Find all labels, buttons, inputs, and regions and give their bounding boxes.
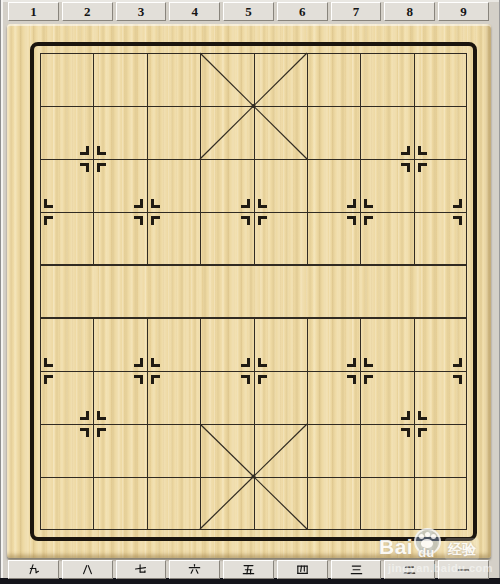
- star-point-mark: [453, 199, 462, 208]
- board-grid: [40, 53, 467, 530]
- star-point-mark: [134, 375, 143, 384]
- star-point-mark: [151, 216, 160, 225]
- watermark-url: jingyan.baidu.com: [388, 562, 493, 574]
- top-ruler-cell: 1: [8, 2, 59, 21]
- star-point-mark: [364, 216, 373, 225]
- bottom-ruler-cell: [169, 560, 220, 579]
- top-ruler-cell: 9: [438, 2, 489, 21]
- star-point-mark: [241, 216, 250, 225]
- star-point-mark: [241, 358, 250, 367]
- star-point-mark: [44, 375, 53, 384]
- star-point-mark: [80, 146, 89, 155]
- star-point-mark: [347, 375, 356, 384]
- bottom-ruler-cell: [277, 560, 328, 579]
- star-point-mark: [364, 199, 373, 208]
- star-point-mark: [418, 411, 427, 420]
- palace-diagonals: [40, 53, 467, 530]
- star-point-mark: [453, 358, 462, 367]
- star-point-mark: [418, 428, 427, 437]
- top-ruler-cell: 7: [331, 2, 382, 21]
- window-left-highlight: [1, 0, 3, 584]
- star-point-mark: [241, 199, 250, 208]
- top-ruler-cell: 8: [384, 2, 435, 21]
- bottom-ruler-cell: [331, 560, 382, 579]
- star-point-mark: [258, 358, 267, 367]
- star-point-mark: [134, 358, 143, 367]
- star-point-mark: [97, 428, 106, 437]
- star-point-mark: [44, 199, 53, 208]
- star-point-mark: [364, 358, 373, 367]
- star-point-mark: [44, 216, 53, 225]
- watermark-text-bai: Bai: [379, 534, 413, 560]
- star-point-mark: [347, 199, 356, 208]
- xiangqi-board[interactable]: [7, 24, 491, 558]
- star-point-mark: [80, 428, 89, 437]
- star-point-mark: [134, 199, 143, 208]
- star-point-mark: [418, 163, 427, 172]
- top-ruler-cell: 5: [223, 2, 274, 21]
- star-point-mark: [418, 146, 427, 155]
- baidu-jingyan-watermark: Bai du 经验: [379, 530, 479, 560]
- bottom-ruler-cell: [8, 560, 59, 579]
- star-point-mark: [401, 411, 410, 420]
- star-point-mark: [401, 428, 410, 437]
- top-ruler-cell: 2: [62, 2, 113, 21]
- star-point-mark: [151, 358, 160, 367]
- star-point-mark: [401, 146, 410, 155]
- star-point-mark: [80, 411, 89, 420]
- star-point-mark: [134, 216, 143, 225]
- star-point-mark: [453, 375, 462, 384]
- top-ruler-cell: 4: [169, 2, 220, 21]
- star-point-mark: [401, 163, 410, 172]
- bottom-ruler-cell: [223, 560, 274, 579]
- xiangqi-app-window: 123456789 Bai du 经验 jingyan.baidu.com: [0, 0, 500, 584]
- file-ruler-top: 123456789: [8, 2, 489, 21]
- watermark-text-jingyan: 经验: [445, 538, 479, 560]
- star-point-mark: [258, 216, 267, 225]
- watermark-text-du: du: [418, 545, 434, 560]
- star-point-mark: [258, 199, 267, 208]
- star-point-mark: [151, 199, 160, 208]
- star-point-mark: [97, 146, 106, 155]
- star-point-mark: [97, 411, 106, 420]
- bottom-ruler-cell: [62, 560, 113, 579]
- star-point-mark: [241, 375, 250, 384]
- star-point-mark: [151, 375, 160, 384]
- star-point-mark: [364, 375, 373, 384]
- star-point-mark: [80, 163, 89, 172]
- star-point-mark: [97, 163, 106, 172]
- star-point-mark: [347, 216, 356, 225]
- top-ruler-cell: 6: [277, 2, 328, 21]
- bottom-ruler-cell: [116, 560, 167, 579]
- watermark-du-wrap: du: [413, 530, 443, 560]
- star-point-mark: [453, 216, 462, 225]
- star-point-mark: [347, 358, 356, 367]
- top-ruler-cell: 3: [116, 2, 167, 21]
- star-point-mark: [258, 375, 267, 384]
- star-point-mark: [44, 358, 53, 367]
